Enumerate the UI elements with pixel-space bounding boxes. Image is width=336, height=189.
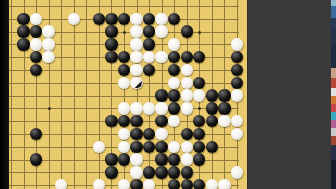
grid-vline bbox=[74, 0, 75, 189]
black-stone bbox=[118, 115, 130, 127]
black-stone bbox=[143, 128, 155, 140]
white-stone bbox=[130, 153, 142, 165]
white-stone bbox=[231, 89, 243, 101]
black-stone bbox=[231, 77, 243, 89]
black-stone bbox=[143, 25, 155, 37]
black-stone bbox=[105, 153, 117, 165]
star-point bbox=[48, 107, 51, 110]
sliver-color-block bbox=[331, 78, 336, 88]
white-stone bbox=[155, 102, 167, 114]
black-stone bbox=[105, 51, 117, 63]
white-stone bbox=[118, 77, 130, 89]
black-stone bbox=[105, 166, 117, 178]
sliver-color-block bbox=[331, 45, 336, 68]
sliver-color-block bbox=[331, 96, 336, 104]
black-stone bbox=[193, 128, 205, 140]
black-stone bbox=[143, 64, 155, 76]
sliver-color-block bbox=[331, 18, 336, 28]
black-stone bbox=[17, 38, 29, 50]
black-stone bbox=[118, 13, 130, 25]
black-stone bbox=[206, 89, 218, 101]
right-dark-panel bbox=[247, 0, 332, 189]
sliver-color-block bbox=[331, 136, 336, 145]
black-stone bbox=[118, 51, 130, 63]
white-stone bbox=[231, 128, 243, 140]
black-stone bbox=[181, 166, 193, 178]
white-stone bbox=[130, 102, 142, 114]
white-stone bbox=[130, 13, 142, 25]
screen bbox=[0, 0, 336, 189]
sliver-color-block bbox=[331, 145, 336, 160]
white-stone bbox=[118, 128, 130, 140]
black-stone bbox=[193, 51, 205, 63]
last-move-wedge-icon bbox=[135, 81, 142, 88]
grid-vline bbox=[99, 0, 100, 189]
black-stone bbox=[181, 25, 193, 37]
black-stone bbox=[218, 102, 230, 114]
white-stone bbox=[168, 115, 180, 127]
sliver-color-block bbox=[331, 160, 336, 189]
sliver-color-block bbox=[331, 88, 336, 96]
black-stone bbox=[118, 153, 130, 165]
black-stone bbox=[130, 128, 142, 140]
black-stone bbox=[168, 179, 180, 189]
white-stone bbox=[143, 51, 155, 63]
white-stone bbox=[155, 51, 167, 63]
grid-vline bbox=[11, 0, 12, 189]
black-stone bbox=[130, 115, 142, 127]
black-stone bbox=[105, 115, 117, 127]
white-stone bbox=[231, 166, 243, 178]
black-stone bbox=[93, 13, 105, 25]
black-stone bbox=[17, 25, 29, 37]
black-stone bbox=[105, 13, 117, 25]
white-stone bbox=[168, 77, 180, 89]
star-point bbox=[198, 107, 201, 110]
white-stone bbox=[130, 166, 142, 178]
white-stone-last-move bbox=[130, 77, 142, 89]
black-stone bbox=[30, 153, 42, 165]
white-stone bbox=[168, 38, 180, 50]
white-stone bbox=[118, 102, 130, 114]
white-stone bbox=[155, 25, 167, 37]
white-stone bbox=[181, 141, 193, 153]
white-stone bbox=[155, 128, 167, 140]
white-stone bbox=[30, 13, 42, 25]
white-stone bbox=[181, 77, 193, 89]
black-stone bbox=[30, 25, 42, 37]
black-stone bbox=[231, 64, 243, 76]
sliver-color-block bbox=[331, 28, 336, 45]
black-stone bbox=[105, 25, 117, 37]
white-stone bbox=[181, 64, 193, 76]
black-stone bbox=[206, 102, 218, 114]
black-stone bbox=[231, 51, 243, 63]
white-stone bbox=[181, 153, 193, 165]
sliver-color-block bbox=[331, 120, 336, 128]
white-stone bbox=[42, 38, 54, 50]
black-stone bbox=[155, 115, 167, 127]
black-stone bbox=[143, 13, 155, 25]
sliver-color-block bbox=[331, 128, 336, 136]
white-stone bbox=[42, 25, 54, 37]
white-stone bbox=[93, 179, 105, 189]
black-stone bbox=[168, 89, 180, 101]
black-stone bbox=[155, 89, 167, 101]
black-stone bbox=[118, 64, 130, 76]
black-stone bbox=[168, 13, 180, 25]
white-stone bbox=[155, 13, 167, 25]
black-stone bbox=[181, 179, 193, 189]
black-stone bbox=[206, 141, 218, 153]
black-stone bbox=[206, 115, 218, 127]
white-stone bbox=[68, 13, 80, 25]
black-stone bbox=[168, 51, 180, 63]
grid-hline bbox=[9, 6, 239, 7]
side-window-sliver bbox=[331, 0, 336, 189]
black-stone bbox=[155, 153, 167, 165]
white-stone bbox=[206, 179, 218, 189]
black-stone bbox=[30, 128, 42, 140]
black-stone bbox=[168, 102, 180, 114]
black-stone bbox=[105, 38, 117, 50]
white-stone bbox=[130, 51, 142, 63]
black-stone bbox=[193, 115, 205, 127]
white-stone bbox=[130, 25, 142, 37]
go-board[interactable] bbox=[9, 0, 247, 189]
sliver-color-block bbox=[331, 6, 336, 18]
white-stone bbox=[218, 179, 230, 189]
white-stone bbox=[193, 89, 205, 101]
black-stone bbox=[143, 166, 155, 178]
black-stone bbox=[181, 128, 193, 140]
white-stone bbox=[218, 115, 230, 127]
white-stone bbox=[231, 38, 243, 50]
white-stone bbox=[42, 51, 54, 63]
white-stone bbox=[93, 141, 105, 153]
white-stone bbox=[181, 102, 193, 114]
black-stone bbox=[193, 153, 205, 165]
black-stone bbox=[193, 141, 205, 153]
black-stone bbox=[143, 141, 155, 153]
black-stone bbox=[130, 141, 142, 153]
white-stone bbox=[118, 179, 130, 189]
sliver-color-block bbox=[331, 68, 336, 78]
white-stone bbox=[168, 141, 180, 153]
white-stone bbox=[30, 38, 42, 50]
white-stone bbox=[55, 179, 67, 189]
black-stone bbox=[181, 51, 193, 63]
black-stone bbox=[168, 153, 180, 165]
white-stone bbox=[143, 179, 155, 189]
black-stone bbox=[193, 179, 205, 189]
white-stone bbox=[130, 64, 142, 76]
black-stone bbox=[218, 89, 230, 101]
black-stone bbox=[130, 179, 142, 189]
grid-vline bbox=[86, 0, 87, 189]
star-point bbox=[123, 31, 126, 34]
black-stone bbox=[143, 38, 155, 50]
black-stone bbox=[155, 166, 167, 178]
white-stone bbox=[143, 102, 155, 114]
grid-vline bbox=[61, 0, 62, 189]
black-stone bbox=[168, 64, 180, 76]
grid-hline bbox=[9, 172, 239, 173]
black-stone bbox=[168, 166, 180, 178]
black-stone bbox=[193, 77, 205, 89]
white-stone bbox=[118, 141, 130, 153]
black-stone bbox=[155, 141, 167, 153]
sliver-color-block bbox=[331, 112, 336, 120]
black-stone bbox=[30, 51, 42, 63]
star-point bbox=[198, 31, 201, 34]
left-black-strip bbox=[0, 0, 9, 189]
sliver-color-block bbox=[331, 104, 336, 112]
white-stone bbox=[231, 115, 243, 127]
black-stone bbox=[30, 64, 42, 76]
white-stone bbox=[130, 38, 142, 50]
white-stone bbox=[181, 89, 193, 101]
black-stone bbox=[17, 13, 29, 25]
